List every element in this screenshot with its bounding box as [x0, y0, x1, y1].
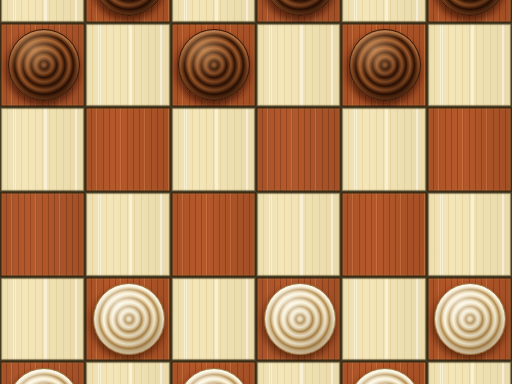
square-r2c4[interactable]	[341, 107, 426, 192]
square-r4c0[interactable]	[0, 277, 85, 362]
square-r2c2[interactable]	[171, 107, 256, 192]
square-r5c5[interactable]	[427, 361, 512, 384]
square-r5c0[interactable]: ⛀	[0, 361, 85, 384]
square-r2c3[interactable]	[256, 107, 341, 192]
square-r3c3[interactable]	[256, 192, 341, 277]
square-r1c0[interactable]: ⛂	[0, 23, 85, 108]
square-r3c0[interactable]	[0, 192, 85, 277]
dark-piece[interactable]: ⛂	[434, 0, 506, 16]
light-piece[interactable]: ⛀	[434, 283, 506, 355]
square-r2c5[interactable]	[427, 107, 512, 192]
square-r4c3[interactable]: ⛀	[256, 277, 341, 362]
square-r1c3[interactable]	[256, 23, 341, 108]
checkers-board-viewport: ⛂⛂⛂⛂⛂⛂⛀⛀⛀⛀⛀⛀	[0, 0, 512, 384]
square-r5c2[interactable]: ⛀	[171, 361, 256, 384]
square-r0c2[interactable]	[171, 0, 256, 23]
dark-piece[interactable]: ⛂	[264, 0, 336, 16]
square-r3c2[interactable]	[171, 192, 256, 277]
square-r3c5[interactable]	[427, 192, 512, 277]
square-r1c1[interactable]	[85, 23, 170, 108]
square-r0c3[interactable]: ⛂	[256, 0, 341, 23]
dark-piece[interactable]: ⛂	[8, 29, 80, 101]
square-r5c3[interactable]	[256, 361, 341, 384]
dark-piece[interactable]: ⛂	[349, 29, 421, 101]
square-r1c4[interactable]: ⛂	[341, 23, 426, 108]
square-r4c2[interactable]	[171, 277, 256, 362]
square-r4c5[interactable]: ⛀	[427, 277, 512, 362]
square-r0c1[interactable]: ⛂	[85, 0, 170, 23]
square-r3c1[interactable]	[85, 192, 170, 277]
square-r0c5[interactable]: ⛂	[427, 0, 512, 23]
square-r1c2[interactable]: ⛂	[171, 23, 256, 108]
board: ⛂⛂⛂⛂⛂⛂⛀⛀⛀⛀⛀⛀	[0, 0, 512, 384]
light-piece[interactable]: ⛀	[178, 368, 250, 384]
square-r2c1[interactable]	[85, 107, 170, 192]
light-piece[interactable]: ⛀	[8, 368, 80, 384]
light-piece[interactable]: ⛀	[93, 283, 165, 355]
dark-piece[interactable]: ⛂	[178, 29, 250, 101]
square-r4c1[interactable]: ⛀	[85, 277, 170, 362]
light-piece[interactable]: ⛀	[264, 283, 336, 355]
square-r0c4[interactable]	[341, 0, 426, 23]
light-piece[interactable]: ⛀	[349, 368, 421, 384]
square-r2c0[interactable]	[0, 107, 85, 192]
square-r0c0[interactable]	[0, 0, 85, 23]
square-r3c4[interactable]	[341, 192, 426, 277]
square-r1c5[interactable]	[427, 23, 512, 108]
dark-piece[interactable]: ⛂	[93, 0, 165, 16]
square-r4c4[interactable]	[341, 277, 426, 362]
square-r5c4[interactable]: ⛀	[341, 361, 426, 384]
square-r5c1[interactable]	[85, 361, 170, 384]
